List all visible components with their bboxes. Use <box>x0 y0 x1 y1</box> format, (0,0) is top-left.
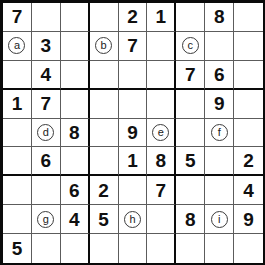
cell-r1c7[interactable] <box>176 3 205 32</box>
cell-r4c4[interactable] <box>90 90 119 119</box>
cell-r3c3[interactable] <box>61 61 90 90</box>
given-digit: 1 <box>12 94 23 113</box>
cell-r3c7[interactable]: 7 <box>176 61 205 90</box>
circled-letter-d: d <box>37 124 54 141</box>
given-digit: 7 <box>185 65 196 84</box>
cell-r1c2[interactable] <box>32 3 61 32</box>
cell-r1c5[interactable]: 2 <box>119 3 148 32</box>
cell-r7c3[interactable]: 6 <box>61 176 90 205</box>
given-digit: 8 <box>156 151 167 170</box>
cell-r4c1[interactable]: 1 <box>3 90 32 119</box>
cell-r2c3[interactable] <box>61 32 90 61</box>
cell-r6c6[interactable]: 8 <box>147 147 176 176</box>
cell-r6c3[interactable] <box>61 147 90 176</box>
cell-r9c5[interactable] <box>119 234 148 263</box>
cell-r4c7[interactable] <box>176 90 205 119</box>
cell-r6c8[interactable] <box>205 147 234 176</box>
cell-r4c9[interactable] <box>234 90 263 119</box>
cell-r9c3[interactable] <box>61 234 90 263</box>
circled-letter-c: c <box>182 37 199 54</box>
given-digit: 2 <box>98 181 109 200</box>
cell-r7c1[interactable] <box>3 176 32 205</box>
cell-r6c7[interactable]: 5 <box>176 147 205 176</box>
given-digit: 3 <box>41 36 52 55</box>
given-digit: 4 <box>69 210 80 229</box>
cell-r2c6[interactable] <box>147 32 176 61</box>
cell-r1c3[interactable] <box>61 3 90 32</box>
cell-r3c5[interactable] <box>119 61 148 90</box>
circled-letter-f: f <box>211 124 228 141</box>
given-digit: 9 <box>127 123 138 142</box>
cell-r9c1[interactable]: 5 <box>3 234 32 263</box>
cell-r6c1[interactable] <box>3 147 32 176</box>
cell-r5c6[interactable]: e <box>147 119 176 148</box>
cell-r2c7[interactable]: c <box>176 32 205 61</box>
given-digit: 1 <box>156 7 167 26</box>
cell-r1c1[interactable]: 7 <box>3 3 32 32</box>
cell-r5c2[interactable]: d <box>32 119 61 148</box>
cell-r9c7[interactable] <box>176 234 205 263</box>
cell-r2c1[interactable]: a <box>3 32 32 61</box>
given-digit: 7 <box>127 36 138 55</box>
cell-r5c9[interactable] <box>234 119 263 148</box>
circled-letter-e: e <box>152 124 169 141</box>
cell-r3c2[interactable]: 4 <box>32 61 61 90</box>
cell-r8c6[interactable] <box>147 205 176 234</box>
given-digit: 2 <box>243 151 254 170</box>
cell-r9c9[interactable] <box>234 234 263 263</box>
cell-r8c7[interactable]: 8 <box>176 205 205 234</box>
cell-r7c8[interactable] <box>205 176 234 205</box>
given-digit: 4 <box>243 181 254 200</box>
cell-r7c5[interactable] <box>119 176 148 205</box>
given-digit: 5 <box>12 239 23 258</box>
circled-letter-h: h <box>124 211 141 228</box>
cell-r2c5[interactable]: 7 <box>119 32 148 61</box>
given-digit: 2 <box>127 7 138 26</box>
cell-r4c3[interactable] <box>61 90 90 119</box>
given-digit: 7 <box>156 181 167 200</box>
cell-r1c8[interactable]: 8 <box>205 3 234 32</box>
cell-r9c4[interactable] <box>90 234 119 263</box>
cell-r2c4[interactable]: b <box>90 32 119 61</box>
given-digit: 7 <box>41 94 52 113</box>
cell-r8c1[interactable] <box>3 205 32 234</box>
cell-r5c8[interactable]: f <box>205 119 234 148</box>
given-digit: 4 <box>41 65 52 84</box>
given-digit: 6 <box>69 181 80 200</box>
given-digit: 8 <box>214 7 225 26</box>
cell-r8c9[interactable]: 9 <box>234 205 263 234</box>
cell-r7c4[interactable]: 2 <box>90 176 119 205</box>
cell-r4c5[interactable] <box>119 90 148 119</box>
cell-r3c1[interactable] <box>3 61 32 90</box>
cell-r1c4[interactable] <box>90 3 119 32</box>
given-digit: 5 <box>185 151 196 170</box>
given-digit: 6 <box>41 151 52 170</box>
circled-letter-a: a <box>8 37 25 54</box>
cell-r9c8[interactable] <box>205 234 234 263</box>
cell-r6c5[interactable]: 1 <box>119 147 148 176</box>
cell-r5c1[interactable] <box>3 119 32 148</box>
cell-r3c6[interactable] <box>147 61 176 90</box>
cell-r3c4[interactable] <box>90 61 119 90</box>
cell-r5c7[interactable] <box>176 119 205 148</box>
cell-r9c2[interactable] <box>32 234 61 263</box>
cell-r2c9[interactable] <box>234 32 263 61</box>
given-digit: 8 <box>69 123 80 142</box>
cell-r3c8[interactable]: 6 <box>205 61 234 90</box>
cell-r6c4[interactable] <box>90 147 119 176</box>
cell-r1c9[interactable] <box>234 3 263 32</box>
cell-r5c4[interactable] <box>90 119 119 148</box>
cell-r1c6[interactable]: 1 <box>147 3 176 32</box>
cell-r4c6[interactable] <box>147 90 176 119</box>
given-digit: 9 <box>243 210 254 229</box>
cell-r8c3[interactable]: 4 <box>61 205 90 234</box>
circled-letter-b: b <box>95 37 112 54</box>
cell-r7c7[interactable] <box>176 176 205 205</box>
cell-r7c9[interactable]: 4 <box>234 176 263 205</box>
cell-r5c5[interactable]: 9 <box>119 119 148 148</box>
cell-r4c2[interactable]: 7 <box>32 90 61 119</box>
given-digit: 7 <box>12 7 23 26</box>
cell-r2c8[interactable] <box>205 32 234 61</box>
given-digit: 5 <box>98 210 109 229</box>
given-digit: 8 <box>185 210 196 229</box>
cell-r4c8[interactable]: 9 <box>205 90 234 119</box>
circled-letter-i: i <box>211 211 228 228</box>
cell-r5c3[interactable]: 8 <box>61 119 90 148</box>
cell-r7c2[interactable] <box>32 176 61 205</box>
cell-r6c9[interactable]: 2 <box>234 147 263 176</box>
cell-r8c5[interactable]: h <box>119 205 148 234</box>
cell-r6c2[interactable]: 6 <box>32 147 61 176</box>
cell-r9c6[interactable] <box>147 234 176 263</box>
cell-r3c9[interactable] <box>234 61 263 90</box>
cell-r8c4[interactable]: 5 <box>90 205 119 234</box>
given-digit: 9 <box>214 94 225 113</box>
sudoku-board: 7218a3b7c476179d89ef618526274g45h8i95 <box>0 0 265 265</box>
cell-r8c2[interactable]: g <box>32 205 61 234</box>
given-digit: 1 <box>127 151 138 170</box>
cell-r7c6[interactable]: 7 <box>147 176 176 205</box>
circled-letter-g: g <box>37 211 54 228</box>
cell-r2c2[interactable]: 3 <box>32 32 61 61</box>
given-digit: 6 <box>214 65 225 84</box>
cell-r8c8[interactable]: i <box>205 205 234 234</box>
